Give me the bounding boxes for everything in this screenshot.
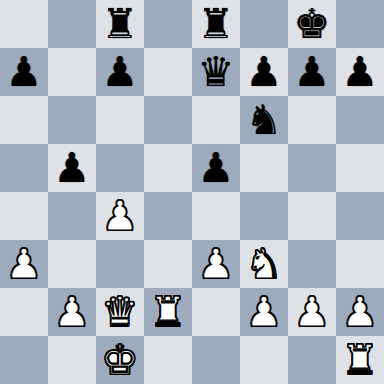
square-c2[interactable]: ♛ — [96, 288, 144, 336]
square-d4[interactable] — [144, 192, 192, 240]
black-pawn-icon[interactable]: ♟ — [48, 144, 96, 192]
square-g3[interactable] — [288, 240, 336, 288]
square-c3[interactable] — [96, 240, 144, 288]
square-b7[interactable] — [48, 48, 96, 96]
square-f3[interactable]: ♞ — [240, 240, 288, 288]
square-g2[interactable]: ♟ — [288, 288, 336, 336]
square-a7[interactable]: ♟ — [0, 48, 48, 96]
square-h4[interactable] — [336, 192, 384, 240]
square-g8[interactable]: ♚ — [288, 0, 336, 48]
white-pawn-icon[interactable]: ♟ — [0, 240, 48, 288]
white-pawn-icon[interactable]: ♟ — [96, 192, 144, 240]
white-pawn-icon[interactable]: ♟ — [240, 288, 288, 336]
square-e3[interactable]: ♟ — [192, 240, 240, 288]
square-f1[interactable] — [240, 336, 288, 384]
chess-board: ♜♜♚♟♟♛♟♟♟♞♟♟♟♟♟♞♟♛♜♟♟♟♚♜ — [0, 0, 384, 384]
square-d7[interactable] — [144, 48, 192, 96]
square-d5[interactable] — [144, 144, 192, 192]
white-pawn-icon[interactable]: ♟ — [336, 288, 384, 336]
square-e4[interactable] — [192, 192, 240, 240]
white-rook-icon[interactable]: ♜ — [144, 288, 192, 336]
square-c5[interactable] — [96, 144, 144, 192]
square-d8[interactable] — [144, 0, 192, 48]
square-e5[interactable]: ♟ — [192, 144, 240, 192]
square-c4[interactable]: ♟ — [96, 192, 144, 240]
black-king-icon[interactable]: ♚ — [288, 0, 336, 48]
square-d1[interactable] — [144, 336, 192, 384]
white-queen-icon[interactable]: ♛ — [96, 288, 144, 336]
square-e7[interactable]: ♛ — [192, 48, 240, 96]
white-pawn-icon[interactable]: ♟ — [192, 240, 240, 288]
white-knight-icon[interactable]: ♞ — [240, 240, 288, 288]
square-b8[interactable] — [48, 0, 96, 48]
square-h3[interactable] — [336, 240, 384, 288]
square-b4[interactable] — [48, 192, 96, 240]
square-h6[interactable] — [336, 96, 384, 144]
square-a5[interactable] — [0, 144, 48, 192]
square-f7[interactable]: ♟ — [240, 48, 288, 96]
square-a4[interactable] — [0, 192, 48, 240]
black-rook-icon[interactable]: ♜ — [96, 0, 144, 48]
black-pawn-icon[interactable]: ♟ — [192, 144, 240, 192]
square-h7[interactable]: ♟ — [336, 48, 384, 96]
black-rook-icon[interactable]: ♜ — [192, 0, 240, 48]
square-b6[interactable] — [48, 96, 96, 144]
black-pawn-icon[interactable]: ♟ — [336, 48, 384, 96]
square-b5[interactable]: ♟ — [48, 144, 96, 192]
black-pawn-icon[interactable]: ♟ — [96, 48, 144, 96]
black-queen-icon[interactable]: ♛ — [192, 48, 240, 96]
square-h2[interactable]: ♟ — [336, 288, 384, 336]
square-g5[interactable] — [288, 144, 336, 192]
square-a1[interactable] — [0, 336, 48, 384]
square-c7[interactable]: ♟ — [96, 48, 144, 96]
square-h5[interactable] — [336, 144, 384, 192]
square-f6[interactable]: ♞ — [240, 96, 288, 144]
square-b1[interactable] — [48, 336, 96, 384]
black-pawn-icon[interactable]: ♟ — [240, 48, 288, 96]
white-rook-icon[interactable]: ♜ — [336, 336, 384, 384]
square-e8[interactable]: ♜ — [192, 0, 240, 48]
square-b2[interactable]: ♟ — [48, 288, 96, 336]
square-f5[interactable] — [240, 144, 288, 192]
square-d2[interactable]: ♜ — [144, 288, 192, 336]
black-knight-icon[interactable]: ♞ — [240, 96, 288, 144]
square-g4[interactable] — [288, 192, 336, 240]
black-pawn-icon[interactable]: ♟ — [288, 48, 336, 96]
square-e2[interactable] — [192, 288, 240, 336]
square-e1[interactable] — [192, 336, 240, 384]
black-pawn-icon[interactable]: ♟ — [0, 48, 48, 96]
white-pawn-icon[interactable]: ♟ — [288, 288, 336, 336]
square-f4[interactable] — [240, 192, 288, 240]
square-a8[interactable] — [0, 0, 48, 48]
square-b3[interactable] — [48, 240, 96, 288]
white-king-icon[interactable]: ♚ — [96, 336, 144, 384]
square-e6[interactable] — [192, 96, 240, 144]
square-a3[interactable]: ♟ — [0, 240, 48, 288]
square-c1[interactable]: ♚ — [96, 336, 144, 384]
square-g7[interactable]: ♟ — [288, 48, 336, 96]
square-c8[interactable]: ♜ — [96, 0, 144, 48]
square-d3[interactable] — [144, 240, 192, 288]
square-a2[interactable] — [0, 288, 48, 336]
square-a6[interactable] — [0, 96, 48, 144]
square-h1[interactable]: ♜ — [336, 336, 384, 384]
square-c6[interactable] — [96, 96, 144, 144]
square-g6[interactable] — [288, 96, 336, 144]
white-pawn-icon[interactable]: ♟ — [48, 288, 96, 336]
square-f8[interactable] — [240, 0, 288, 48]
square-d6[interactable] — [144, 96, 192, 144]
square-f2[interactable]: ♟ — [240, 288, 288, 336]
square-g1[interactable] — [288, 336, 336, 384]
square-h8[interactable] — [336, 0, 384, 48]
